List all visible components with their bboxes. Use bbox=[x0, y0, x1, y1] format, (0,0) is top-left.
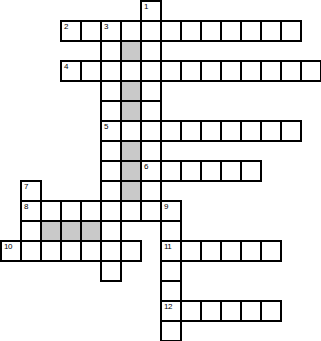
cell-r6c9[interactable] bbox=[180, 120, 202, 142]
cell-r12c10[interactable] bbox=[200, 240, 222, 262]
shaded-cell-r4c6[interactable] bbox=[120, 80, 142, 102]
cell-r12c8[interactable]: 11 bbox=[160, 240, 182, 262]
cell-r3c3[interactable]: 4 bbox=[60, 60, 82, 82]
shaded-cell-r7c6[interactable] bbox=[120, 140, 142, 162]
cell-r1c11[interactable] bbox=[220, 20, 242, 42]
clue-number-12: 12 bbox=[164, 303, 172, 311]
cell-r0c7[interactable]: 1 bbox=[140, 0, 162, 22]
cell-r8c11[interactable] bbox=[220, 160, 242, 182]
cell-r3c8[interactable] bbox=[160, 60, 182, 82]
clue-number-11: 11 bbox=[164, 243, 171, 251]
cell-r1c10[interactable] bbox=[200, 20, 222, 42]
shaded-cell-r11c3[interactable] bbox=[60, 220, 82, 242]
cell-r12c6[interactable] bbox=[120, 240, 142, 262]
cell-r16c8[interactable] bbox=[160, 320, 182, 341]
cell-r10c8[interactable]: 9 bbox=[160, 200, 182, 222]
cell-r8c12[interactable] bbox=[240, 160, 262, 182]
cell-r6c5[interactable]: 5 bbox=[100, 120, 122, 142]
shaded-cell-r9c6[interactable] bbox=[120, 180, 142, 202]
cell-r11c1[interactable] bbox=[20, 220, 42, 242]
clue-number-4: 4 bbox=[64, 63, 68, 71]
cell-r3c7[interactable] bbox=[140, 60, 162, 82]
shaded-cell-r8c6[interactable] bbox=[120, 160, 142, 182]
cell-r10c1[interactable]: 8 bbox=[20, 200, 42, 222]
cell-r2c7[interactable] bbox=[140, 40, 162, 62]
cell-r10c4[interactable] bbox=[80, 200, 102, 222]
cell-r6c14[interactable] bbox=[280, 120, 302, 142]
cell-r3c5[interactable] bbox=[100, 60, 122, 82]
cell-r6c13[interactable] bbox=[260, 120, 282, 142]
cell-r4c7[interactable] bbox=[140, 80, 162, 102]
cell-r15c9[interactable] bbox=[180, 300, 202, 322]
crossword-board: 123456789101112 bbox=[0, 0, 321, 341]
cell-r12c3[interactable] bbox=[60, 240, 82, 262]
clue-number-1: 1 bbox=[144, 3, 148, 11]
cell-r4c5[interactable] bbox=[100, 80, 122, 102]
cell-r12c2[interactable] bbox=[40, 240, 62, 262]
cell-r12c0[interactable]: 10 bbox=[0, 240, 22, 262]
cell-r13c5[interactable] bbox=[100, 260, 122, 282]
cell-r6c6[interactable] bbox=[120, 120, 142, 142]
cell-r15c8[interactable]: 12 bbox=[160, 300, 182, 322]
cell-r8c8[interactable] bbox=[160, 160, 182, 182]
cell-r15c12[interactable] bbox=[240, 300, 262, 322]
cell-r11c8[interactable] bbox=[160, 220, 182, 242]
clue-number-3: 3 bbox=[104, 23, 108, 31]
cell-r15c11[interactable] bbox=[220, 300, 242, 322]
cell-r3c15[interactable] bbox=[300, 60, 321, 82]
cell-r3c13[interactable] bbox=[260, 60, 282, 82]
cell-r10c5[interactable] bbox=[100, 200, 122, 222]
cell-r3c10[interactable] bbox=[200, 60, 222, 82]
shaded-cell-r11c4[interactable] bbox=[80, 220, 102, 242]
cell-r10c3[interactable] bbox=[60, 200, 82, 222]
cell-r12c1[interactable] bbox=[20, 240, 42, 262]
cell-r7c7[interactable] bbox=[140, 140, 162, 162]
cell-r8c5[interactable] bbox=[100, 160, 122, 182]
cell-r9c1[interactable]: 7 bbox=[20, 180, 42, 202]
cell-r12c11[interactable] bbox=[220, 240, 242, 262]
cell-r5c5[interactable] bbox=[100, 100, 122, 122]
cell-r1c12[interactable] bbox=[240, 20, 262, 42]
cell-r15c10[interactable] bbox=[200, 300, 222, 322]
clue-number-8: 8 bbox=[24, 203, 28, 211]
cell-r8c9[interactable] bbox=[180, 160, 202, 182]
cell-r6c11[interactable] bbox=[220, 120, 242, 142]
cell-r13c8[interactable] bbox=[160, 260, 182, 282]
clue-number-6: 6 bbox=[144, 163, 148, 171]
cell-r12c9[interactable] bbox=[180, 240, 202, 262]
cell-r1c4[interactable] bbox=[80, 20, 102, 42]
cell-r7c5[interactable] bbox=[100, 140, 122, 162]
cell-r10c6[interactable] bbox=[120, 200, 142, 222]
cell-r1c14[interactable] bbox=[280, 20, 302, 42]
cell-r5c7[interactable] bbox=[140, 100, 162, 122]
cell-r6c7[interactable] bbox=[140, 120, 162, 142]
cell-r1c3[interactable]: 2 bbox=[60, 20, 82, 42]
clue-number-9: 9 bbox=[164, 203, 168, 211]
cell-r9c5[interactable] bbox=[100, 180, 122, 202]
shaded-cell-r2c6[interactable] bbox=[120, 40, 142, 62]
cell-r15c13[interactable] bbox=[260, 300, 282, 322]
cell-r8c7[interactable]: 6 bbox=[140, 160, 162, 182]
cell-r12c4[interactable] bbox=[80, 240, 102, 262]
clue-number-2: 2 bbox=[64, 23, 68, 31]
cell-r2c5[interactable] bbox=[100, 40, 122, 62]
clue-number-5: 5 bbox=[104, 123, 108, 131]
cell-r3c12[interactable] bbox=[240, 60, 262, 82]
cell-r6c12[interactable] bbox=[240, 120, 262, 142]
cell-r3c4[interactable] bbox=[80, 60, 102, 82]
cell-r10c7[interactable] bbox=[140, 200, 162, 222]
cell-r1c5[interactable]: 3 bbox=[100, 20, 122, 42]
cell-r3c6[interactable] bbox=[120, 60, 142, 82]
cell-r9c7[interactable] bbox=[140, 180, 162, 202]
cell-r6c8[interactable] bbox=[160, 120, 182, 142]
shaded-cell-r11c2[interactable] bbox=[40, 220, 62, 242]
shaded-cell-r5c6[interactable] bbox=[120, 100, 142, 122]
cell-r1c9[interactable] bbox=[180, 20, 202, 42]
cell-r12c12[interactable] bbox=[240, 240, 262, 262]
clue-number-10: 10 bbox=[4, 243, 12, 251]
cell-r3c9[interactable] bbox=[180, 60, 202, 82]
cell-r1c6[interactable] bbox=[120, 20, 142, 42]
cell-r10c2[interactable] bbox=[40, 200, 62, 222]
cell-r11c5[interactable] bbox=[100, 220, 122, 242]
cell-r1c7[interactable] bbox=[140, 20, 162, 42]
cell-r12c13[interactable] bbox=[260, 240, 282, 262]
cell-r6c10[interactable] bbox=[200, 120, 222, 142]
cell-r1c8[interactable] bbox=[160, 20, 182, 42]
cell-r8c10[interactable] bbox=[200, 160, 222, 182]
cell-r1c13[interactable] bbox=[260, 20, 282, 42]
cell-r3c14[interactable] bbox=[280, 60, 302, 82]
cell-r3c11[interactable] bbox=[220, 60, 242, 82]
clue-number-7: 7 bbox=[24, 183, 28, 191]
cell-r12c5[interactable] bbox=[100, 240, 122, 262]
cell-r14c8[interactable] bbox=[160, 280, 182, 302]
